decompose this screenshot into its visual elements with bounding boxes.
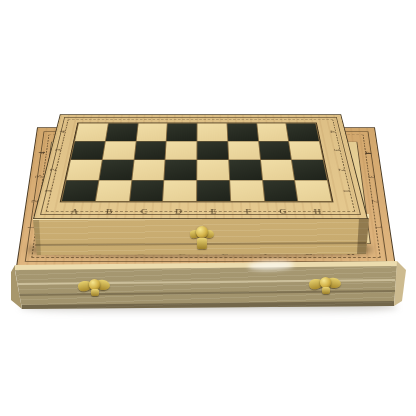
rank-label: 4 — [363, 152, 373, 155]
rank-label: 3 — [53, 149, 63, 151]
board-square-f1 — [230, 180, 264, 201]
board-square-e1 — [197, 180, 230, 201]
rank-label: 4 — [37, 152, 47, 155]
brass-clasp-right — [309, 274, 341, 296]
board-square-d4 — [167, 124, 197, 141]
file-label: D — [162, 208, 197, 215]
board-square-c2 — [132, 160, 165, 180]
board-square-g4 — [257, 124, 288, 141]
board-square-b2 — [99, 160, 133, 180]
clasp-hasp-icon — [322, 287, 330, 294]
board-square-c1 — [130, 180, 164, 201]
product-photo: ABCDEFGH 4321 4321 ABCDEFGH 4321 4321 — [0, 0, 416, 416]
rank-label: 2 — [48, 169, 58, 172]
file-label: E — [197, 208, 232, 215]
small-board-file-labels: ABCDEFGH — [57, 206, 337, 216]
board-square-d3 — [166, 141, 197, 159]
small-box-top-face: ABCDEFGH 4321 4321 — [33, 114, 368, 219]
board-square-b4 — [106, 124, 138, 141]
board-square-h2 — [292, 160, 327, 180]
clasp-hasp-icon — [197, 238, 207, 249]
file-label: B — [92, 208, 128, 215]
board-square-a1 — [62, 180, 98, 201]
rank-label: 1 — [341, 190, 351, 193]
file-label: G — [266, 208, 302, 215]
board-square-c4 — [136, 124, 167, 141]
board-square-e2 — [197, 160, 229, 180]
rank-label: 1 — [373, 225, 384, 228]
board-square-e3 — [197, 141, 228, 159]
board-square-d1 — [163, 180, 196, 201]
board-square-g3 — [259, 141, 292, 159]
board-square-f2 — [229, 160, 262, 180]
rank-label: 2 — [337, 169, 347, 172]
board-square-f4 — [227, 124, 258, 141]
file-label: H — [300, 208, 336, 215]
board-square-h3 — [289, 141, 322, 159]
rank-label: 4 — [58, 130, 67, 132]
file-label: F — [231, 208, 266, 215]
board-square-b3 — [103, 141, 136, 159]
rank-label: 3 — [366, 175, 377, 178]
board-square-a3 — [71, 141, 105, 159]
board-square-a4 — [75, 124, 108, 141]
board-square-g1 — [263, 180, 298, 201]
brass-clasp-left — [78, 276, 110, 298]
rank-label: 4 — [328, 130, 337, 132]
chessboard — [60, 123, 334, 203]
board-square-b1 — [96, 180, 131, 201]
board-square-f3 — [228, 141, 260, 159]
rank-label: 2 — [370, 200, 381, 203]
file-label: C — [127, 208, 162, 215]
board-square-h4 — [287, 124, 319, 141]
board-square-h1 — [295, 180, 331, 201]
board-square-e4 — [197, 124, 227, 141]
board-square-d2 — [165, 160, 197, 180]
board-square-c3 — [134, 141, 166, 159]
file-label: A — [57, 208, 93, 215]
brass-clasp-small-box — [189, 224, 215, 254]
rank-label: 1 — [43, 190, 53, 193]
clasp-hasp-icon — [91, 289, 99, 296]
rank-label: 3 — [33, 175, 44, 178]
board-square-g2 — [261, 160, 295, 180]
clasp-knob-icon — [196, 226, 208, 238]
board-square-a2 — [67, 160, 102, 180]
rank-label: 3 — [332, 149, 342, 151]
